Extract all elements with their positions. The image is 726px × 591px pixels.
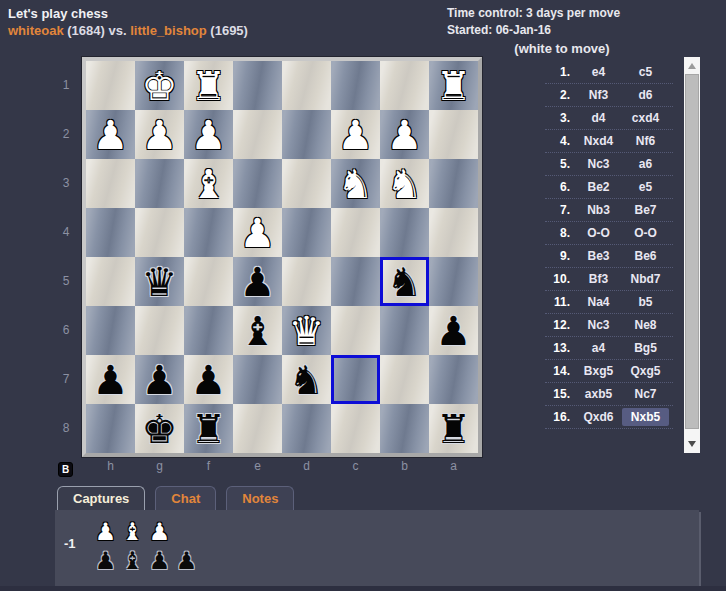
move-row: 3.d4cxd4 — [545, 107, 673, 130]
square-e2[interactable] — [233, 110, 282, 159]
white-player-name[interactable]: whiteoak — [8, 23, 64, 38]
white-move[interactable]: Nf3 — [575, 88, 622, 102]
white-move[interactable]: O-O — [575, 226, 622, 240]
black-player-name[interactable]: little_bishop — [130, 23, 207, 38]
square-g2[interactable]: ♟ — [135, 110, 184, 159]
captured-piece: ♟ — [146, 548, 173, 574]
move-row: 4.Nxd4Nf6 — [545, 130, 673, 153]
move-number: 2. — [545, 88, 570, 102]
square-d7[interactable]: ♞ — [282, 355, 331, 404]
square-g1[interactable]: ♚ — [135, 61, 184, 110]
move-number: 3. — [545, 111, 570, 125]
square-g5[interactable]: ♛ — [135, 257, 184, 306]
square-h1[interactable] — [86, 61, 135, 110]
square-f7[interactable]: ♟ — [184, 355, 233, 404]
rank-label-6: 6 — [56, 306, 76, 355]
black-king: ♚ — [142, 409, 178, 449]
captured-black-pieces: ♟♝♟♟ — [92, 545, 200, 574]
scroll-down-icon[interactable] — [688, 441, 696, 447]
black-move[interactable]: e5 — [622, 180, 669, 194]
move-number: 12. — [545, 318, 570, 332]
square-b6[interactable] — [380, 306, 429, 355]
white-move[interactable]: a4 — [575, 341, 622, 355]
move-number: 6. — [545, 180, 570, 194]
move-row: 16.Qxd6Nxb5 — [545, 406, 673, 429]
time-control-label: Time control: 3 days per move — [447, 6, 620, 20]
square-a6[interactable]: ♟ — [429, 306, 478, 355]
square-c1[interactable] — [331, 61, 380, 110]
file-label-b: b — [380, 459, 429, 473]
tab-chat[interactable]: Chat — [155, 486, 216, 510]
square-e1[interactable] — [233, 61, 282, 110]
scroll-up-icon[interactable] — [688, 63, 696, 69]
square-c2[interactable]: ♟ — [331, 110, 380, 159]
black-move[interactable]: Be6 — [622, 249, 669, 263]
square-f3[interactable]: ♝ — [184, 159, 233, 208]
rank-label-5: 5 — [56, 257, 76, 306]
black-move[interactable]: c5 — [622, 65, 669, 79]
square-d5[interactable] — [282, 257, 331, 306]
move-number: 5. — [545, 157, 570, 171]
file-label-c: c — [331, 459, 380, 473]
square-e7[interactable] — [233, 355, 282, 404]
square-b4[interactable] — [380, 208, 429, 257]
black-move[interactable]: d6 — [622, 88, 669, 102]
white-move[interactable]: Bxg5 — [575, 364, 622, 378]
square-e3[interactable] — [233, 159, 282, 208]
white-move[interactable]: Be3 — [575, 249, 622, 263]
square-h2[interactable]: ♟ — [86, 110, 135, 159]
square-d2[interactable] — [282, 110, 331, 159]
square-f2[interactable]: ♟ — [184, 110, 233, 159]
white-player-rating: (1684) — [67, 23, 105, 38]
black-rook: ♜ — [191, 409, 227, 449]
square-d8[interactable] — [282, 404, 331, 453]
white-knight: ♞ — [338, 164, 374, 204]
black-pawn: ♟ — [191, 360, 227, 400]
move-number: 15. — [545, 387, 570, 401]
square-a3[interactable] — [429, 159, 478, 208]
white-move[interactable]: Nxd4 — [575, 134, 622, 148]
black-move[interactable]: Nbd7 — [622, 272, 669, 286]
black-move[interactable]: Nf6 — [622, 134, 669, 148]
white-move[interactable]: Be2 — [575, 180, 622, 194]
square-f5[interactable] — [184, 257, 233, 306]
black-move[interactable]: b5 — [622, 295, 669, 309]
square-h7[interactable]: ♟ — [86, 355, 135, 404]
scroll-thumb[interactable] — [685, 74, 699, 429]
flip-board-badge[interactable]: B — [58, 462, 73, 477]
square-a7[interactable] — [429, 355, 478, 404]
captured-piece: ♟ — [92, 519, 119, 545]
black-move[interactable]: a6 — [622, 157, 669, 171]
square-a1[interactable]: ♜ — [429, 61, 478, 110]
square-b3[interactable]: ♞ — [380, 159, 429, 208]
move-number: 16. — [545, 410, 570, 424]
tab-captures[interactable]: Captures — [57, 486, 145, 510]
square-d6[interactable]: ♛ — [282, 306, 331, 355]
captured-piece: ♝ — [119, 519, 146, 545]
square-a4[interactable] — [429, 208, 478, 257]
rank-label-8: 8 — [56, 404, 76, 453]
white-bishop: ♝ — [191, 164, 227, 204]
square-g3[interactable] — [135, 159, 184, 208]
black-move[interactable]: O-O — [622, 226, 669, 240]
move-row: 2.Nf3d6 — [545, 84, 673, 107]
square-f6[interactable] — [184, 306, 233, 355]
black-move[interactable]: Ne8 — [622, 318, 669, 332]
captured-pieces: ♟♝♟ ♟♝♟♟ — [92, 516, 200, 574]
move-number: 13. — [545, 341, 570, 355]
move-row: 5.Nc3a6 — [545, 153, 673, 176]
black-player-rating: (1695) — [210, 23, 248, 38]
black-pawn: ♟ — [240, 262, 276, 302]
chess-board: ♚♜♜♟♟♟♟♟♝♞♞♟♛♟♞♝♛♟♟♟♟♞♚♜♜ — [86, 61, 478, 453]
material-score: -1 — [64, 536, 76, 551]
white-move[interactable]: Qxd6 — [575, 410, 622, 424]
captured-piece: ♟ — [146, 519, 173, 545]
square-d1[interactable] — [282, 61, 331, 110]
square-h5[interactable] — [86, 257, 135, 306]
white-move[interactable]: d4 — [575, 111, 622, 125]
rank-labels: 12345678 — [56, 61, 76, 453]
white-move[interactable]: Nc3 — [575, 318, 622, 332]
footer-strip — [0, 586, 726, 591]
square-h4[interactable] — [86, 208, 135, 257]
move-number: 9. — [545, 249, 570, 263]
file-label-d: d — [282, 459, 331, 473]
move-number: 14. — [545, 364, 570, 378]
white-rook: ♜ — [436, 66, 472, 106]
move-row: 14.Bxg5Qxg5 — [545, 360, 673, 383]
square-c4[interactable] — [331, 208, 380, 257]
tab-notes[interactable]: Notes — [226, 486, 294, 510]
page-title: Let's play chess — [8, 6, 108, 21]
move-number: 10. — [545, 272, 570, 286]
square-b7[interactable] — [380, 355, 429, 404]
move-row: 1.e4c5 — [545, 61, 673, 84]
move-row: 9.Be3Be6 — [545, 245, 673, 268]
move-row: 10.Bf3Nbd7 — [545, 268, 673, 291]
move-row: 13.a4Bg5 — [545, 337, 673, 360]
move-number: 4. — [545, 134, 570, 148]
black-pawn: ♟ — [93, 360, 129, 400]
square-g6[interactable] — [135, 306, 184, 355]
move-number: 1. — [545, 65, 570, 79]
square-e5[interactable]: ♟ — [233, 257, 282, 306]
captured-piece: ♟ — [92, 548, 119, 574]
move-list: 1.e4c52.Nf3d63.d4cxd44.Nxd4Nf65.Nc3a66.B… — [545, 61, 673, 429]
square-c8[interactable] — [331, 404, 380, 453]
white-pawn: ♟ — [338, 115, 374, 155]
square-d4[interactable] — [282, 208, 331, 257]
square-b2[interactable]: ♟ — [380, 110, 429, 159]
square-b5[interactable]: ♞ — [380, 257, 429, 306]
white-pawn: ♟ — [142, 115, 178, 155]
square-e4[interactable]: ♟ — [233, 208, 282, 257]
white-pawn: ♟ — [191, 115, 227, 155]
move-row: 15.axb5Nc7 — [545, 383, 673, 406]
file-label-e: e — [233, 459, 282, 473]
square-c6[interactable] — [331, 306, 380, 355]
white-move[interactable]: Nc3 — [575, 157, 622, 171]
white-move[interactable]: Bf3 — [575, 272, 622, 286]
rank-label-3: 3 — [56, 159, 76, 208]
white-pawn: ♟ — [240, 213, 276, 253]
white-move[interactable]: Na4 — [575, 295, 622, 309]
move-row: 6.Be2e5 — [545, 176, 673, 199]
rank-label-2: 2 — [56, 110, 76, 159]
square-f1[interactable]: ♜ — [184, 61, 233, 110]
black-rook: ♜ — [436, 409, 472, 449]
file-labels: hgfedcba — [86, 459, 478, 473]
square-f4[interactable] — [184, 208, 233, 257]
white-pawn: ♟ — [93, 115, 129, 155]
black-move[interactable]: Bg5 — [622, 341, 669, 355]
square-f8[interactable]: ♜ — [184, 404, 233, 453]
square-b8[interactable] — [380, 404, 429, 453]
black-move[interactable]: Nc7 — [622, 387, 669, 401]
square-a2[interactable] — [429, 110, 478, 159]
square-b1[interactable] — [380, 61, 429, 110]
black-move[interactable]: Qxg5 — [622, 364, 669, 378]
start-date-label: Started: 06-Jan-16 — [447, 23, 551, 37]
square-c7[interactable] — [331, 355, 380, 404]
black-move[interactable]: Nxb5 — [622, 408, 669, 426]
square-g7[interactable]: ♟ — [135, 355, 184, 404]
black-move[interactable]: cxd4 — [622, 111, 669, 125]
square-c5[interactable] — [331, 257, 380, 306]
black-pawn: ♟ — [436, 311, 472, 351]
vs-label: vs. — [108, 23, 126, 38]
white-move[interactable]: axb5 — [575, 387, 622, 401]
file-label-a: a — [429, 459, 478, 473]
white-pawn: ♟ — [387, 115, 423, 155]
captured-piece: ♝ — [119, 548, 146, 574]
white-move[interactable]: Nb3 — [575, 203, 622, 217]
move-number: 7. — [545, 203, 570, 217]
move-row: 8.O-OO-O — [545, 222, 673, 245]
file-label-h: h — [86, 459, 135, 473]
move-row: 12.Nc3Ne8 — [545, 314, 673, 337]
rank-label-4: 4 — [56, 208, 76, 257]
square-c3[interactable]: ♞ — [331, 159, 380, 208]
square-h3[interactable] — [86, 159, 135, 208]
white-move[interactable]: e4 — [575, 65, 622, 79]
move-number: 8. — [545, 226, 570, 240]
board-frame: ♚♜♜♟♟♟♟♟♝♞♞♟♛♟♞♝♛♟♟♟♟♞♚♜♜ — [82, 57, 482, 457]
square-g4[interactable] — [135, 208, 184, 257]
black-knight: ♞ — [289, 360, 325, 400]
rank-label-7: 7 — [56, 355, 76, 404]
moves-scrollbar[interactable] — [684, 57, 700, 453]
white-queen: ♛ — [289, 311, 325, 351]
black-queen: ♛ — [142, 262, 178, 302]
square-a5[interactable] — [429, 257, 478, 306]
black-knight: ♞ — [387, 262, 423, 302]
white-knight: ♞ — [387, 164, 423, 204]
file-label-g: g — [135, 459, 184, 473]
white-king: ♚ — [142, 66, 178, 106]
square-a8[interactable]: ♜ — [429, 404, 478, 453]
turn-indicator: (white to move) — [497, 41, 627, 56]
black-move[interactable]: Be7 — [622, 203, 669, 217]
bottom-tabs: Captures Chat Notes — [57, 486, 304, 510]
move-row: 7.Nb3Be7 — [545, 199, 673, 222]
black-pawn: ♟ — [142, 360, 178, 400]
move-row: 11.Na4b5 — [545, 291, 673, 314]
square-g8[interactable]: ♚ — [135, 404, 184, 453]
white-rook: ♜ — [191, 66, 227, 106]
captured-piece: ♟ — [173, 548, 200, 574]
square-e6[interactable]: ♝ — [233, 306, 282, 355]
square-d3[interactable] — [282, 159, 331, 208]
square-h6[interactable] — [86, 306, 135, 355]
square-e8[interactable] — [233, 404, 282, 453]
move-number: 11. — [545, 295, 570, 309]
file-label-f: f — [184, 459, 233, 473]
black-bishop: ♝ — [240, 311, 276, 351]
captured-white-pieces: ♟♝♟ — [92, 516, 200, 545]
rank-label-1: 1 — [56, 61, 76, 110]
game-page: Let's play chess whiteoak (1684) vs. lit… — [0, 0, 726, 591]
match-players: whiteoak (1684) vs. little_bishop (1695) — [8, 23, 248, 38]
square-h8[interactable] — [86, 404, 135, 453]
